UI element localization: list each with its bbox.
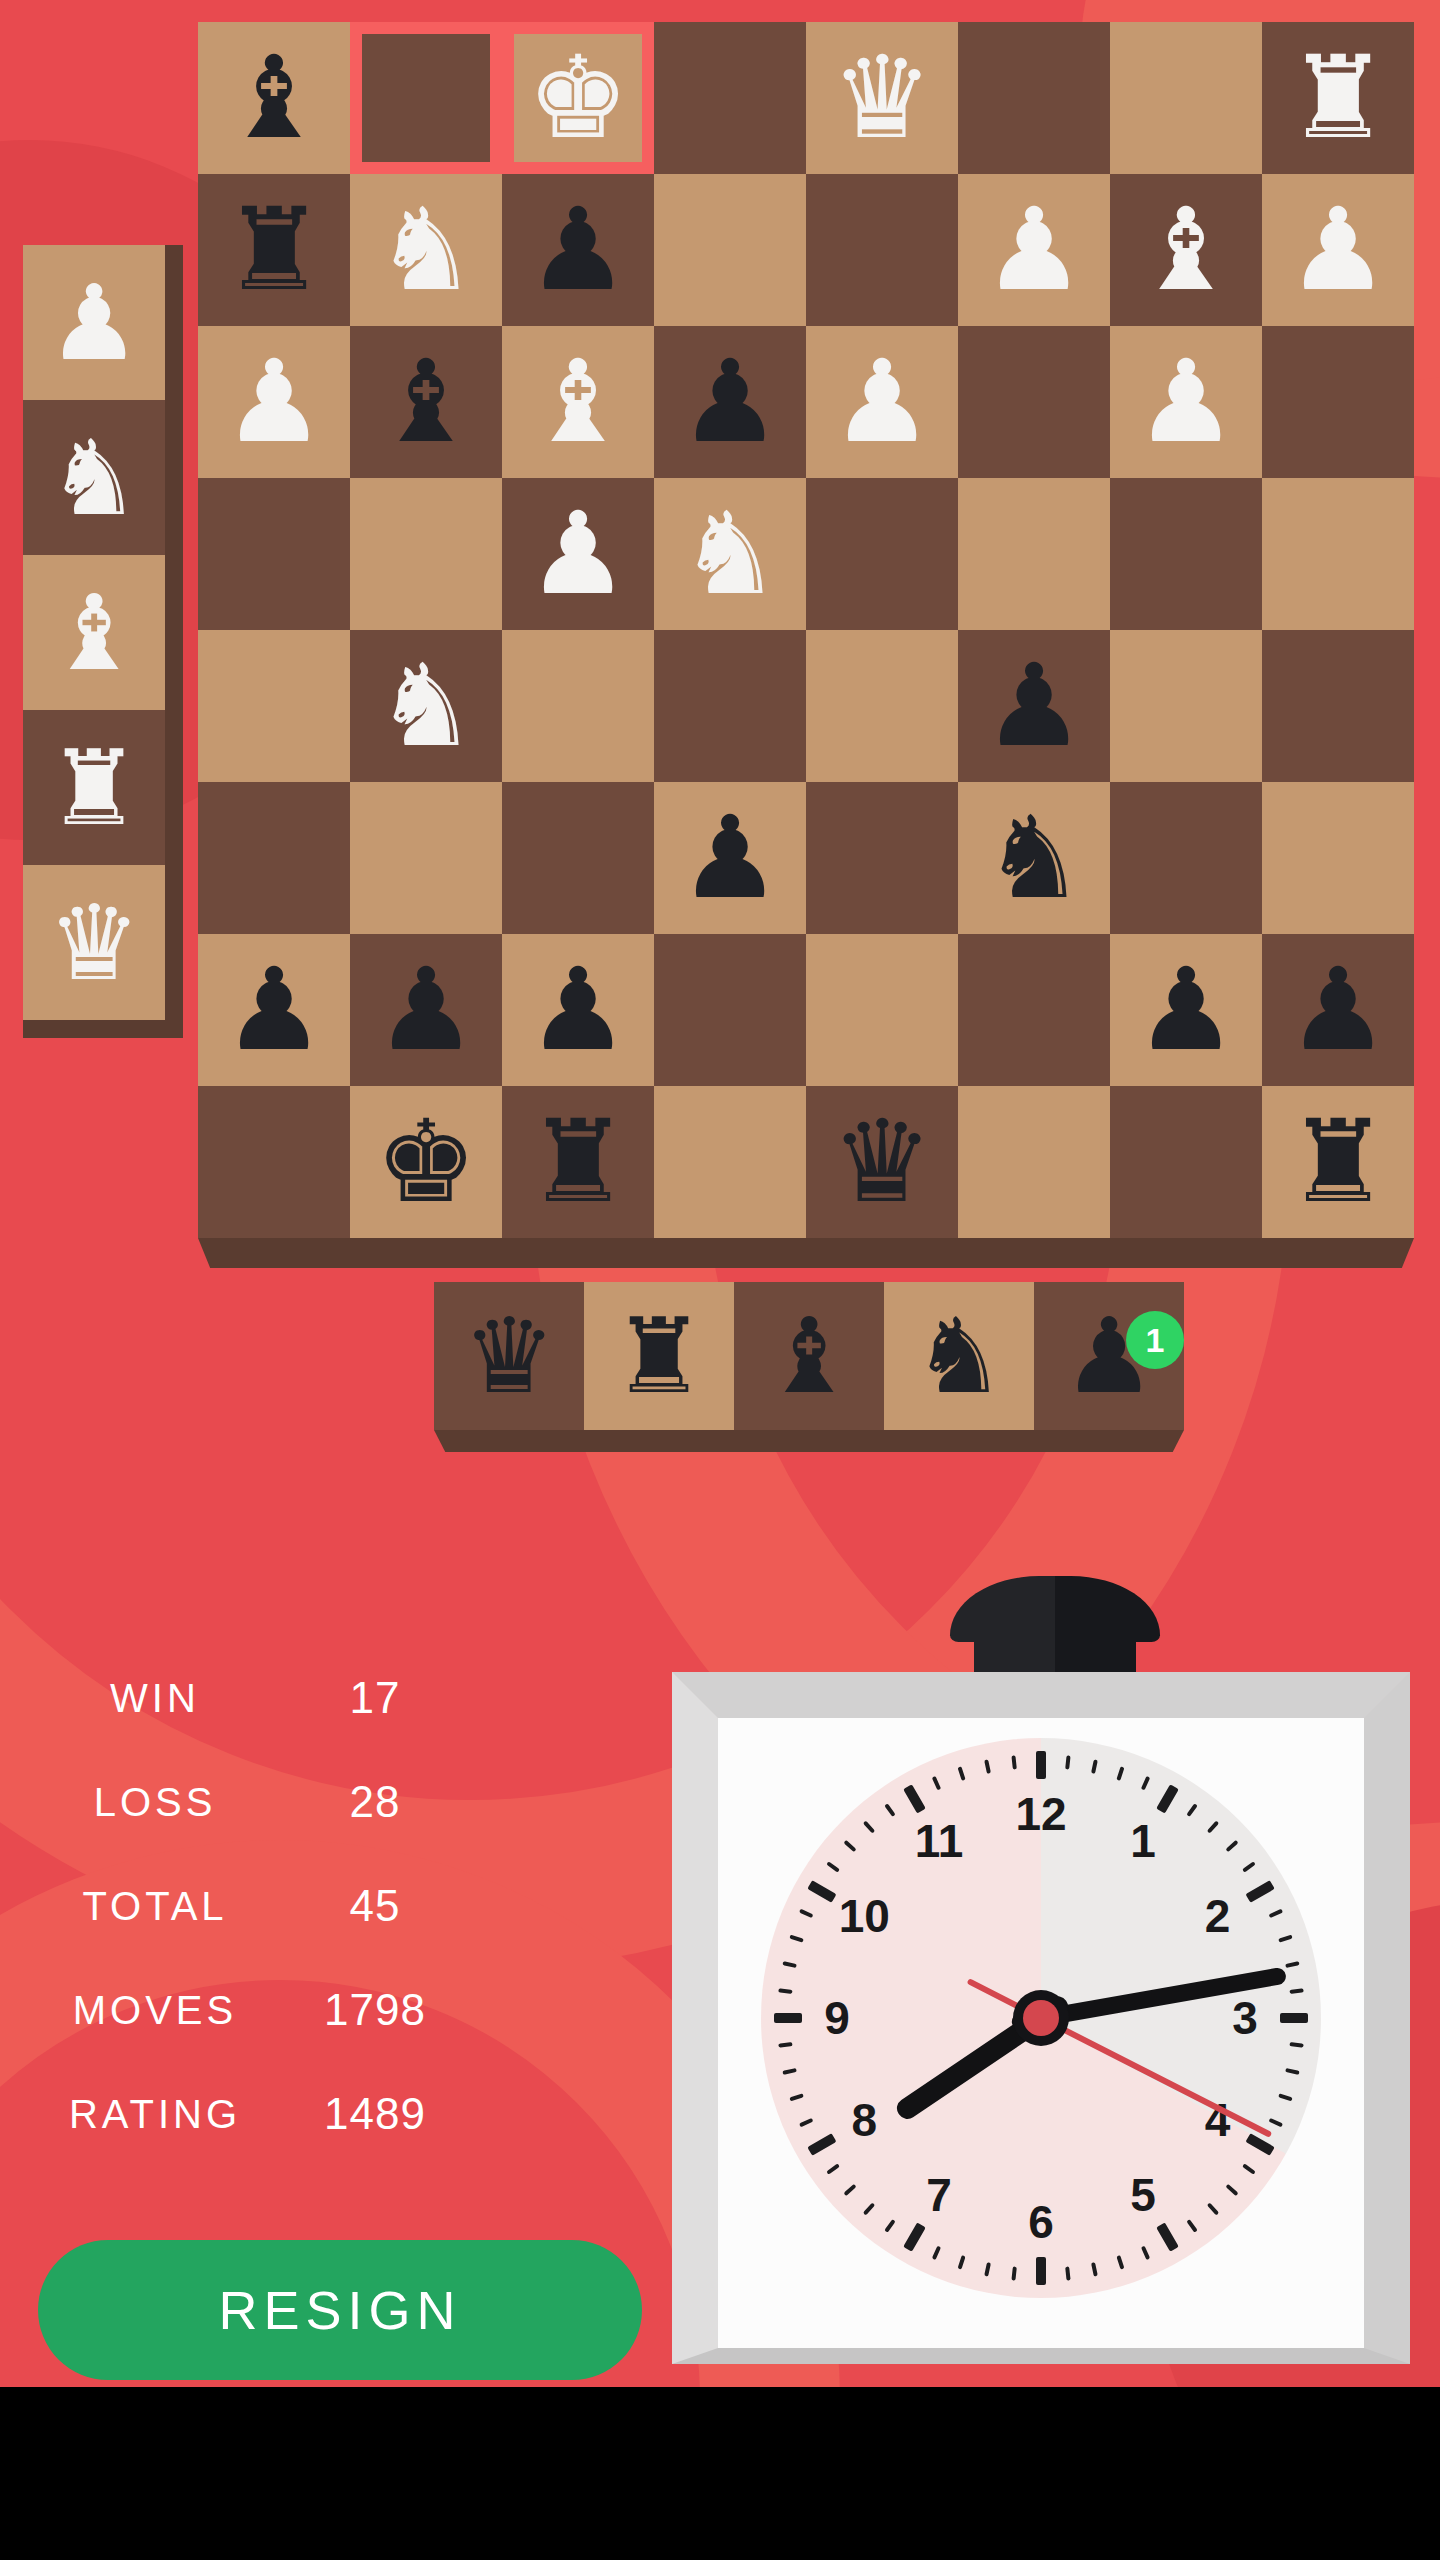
square-e5[interactable] [806, 478, 958, 630]
tray-cell: ♝ [23, 555, 165, 710]
clock-number-8: 8 [829, 2095, 899, 2145]
clock-number-12: 12 [1006, 1789, 1076, 1839]
black-pawn: ♟ [375, 953, 477, 1067]
square-a4[interactable] [198, 630, 350, 782]
black-pawn: ♟ [679, 345, 781, 459]
stat-row-moves: MOVES 1798 [0, 1958, 470, 2062]
square-b7[interactable]: ♞ [350, 174, 502, 326]
square-b6[interactable]: ♝ [350, 326, 502, 478]
tray-cell: ♜ [23, 710, 165, 865]
black-bishop: ♝ [375, 345, 477, 459]
stat-value: 17 [310, 1673, 440, 1723]
square-f6[interactable] [958, 326, 1110, 478]
square-c8[interactable]: ♚ [502, 22, 654, 174]
bottom-bar [0, 2387, 1440, 2560]
square-f8[interactable] [958, 22, 1110, 174]
white-knight: ♞ [679, 497, 781, 611]
black-pawn: ♟ [679, 801, 781, 915]
tray-cell: ♞ [23, 400, 165, 555]
square-h6[interactable] [1262, 326, 1414, 478]
stat-label: MOVES [0, 1988, 310, 2033]
square-e3[interactable] [806, 782, 958, 934]
white-queen: ♛ [47, 891, 140, 995]
square-d4[interactable] [654, 630, 806, 782]
black-bishop: ♝ [762, 1304, 855, 1408]
clock-major-tick [1036, 1751, 1046, 1779]
stats-panel: WIN 17 LOSS 28 TOTAL 45 MOVES 1798 RATIN… [0, 1646, 470, 2166]
square-f1[interactable] [958, 1086, 1110, 1238]
clock-number-10: 10 [829, 1891, 899, 1941]
square-h4[interactable] [1262, 630, 1414, 782]
clock-number-11: 11 [904, 1816, 974, 1866]
square-d7[interactable] [654, 174, 806, 326]
clock-number-1: 1 [1108, 1816, 1178, 1866]
square-b5[interactable] [350, 478, 502, 630]
white-pawn: ♟ [47, 271, 140, 375]
black-rook: ♜ [1287, 1105, 1389, 1219]
stat-row-total: TOTAL 45 [0, 1854, 470, 1958]
square-g5[interactable] [1110, 478, 1262, 630]
clock-center-pin [1023, 2000, 1059, 2036]
square-a5[interactable] [198, 478, 350, 630]
square-d8[interactable] [654, 22, 806, 174]
black-pawn: ♟ [223, 953, 325, 1067]
square-h3[interactable] [1262, 782, 1414, 934]
capture-count-badge: 1 [1126, 1311, 1184, 1369]
clock-number-6: 6 [1006, 2197, 1076, 2247]
clock-number-3: 3 [1210, 1993, 1280, 2043]
square-g2[interactable]: ♟ [1110, 934, 1262, 1086]
white-rook: ♜ [47, 736, 140, 840]
stat-label: RATING [0, 2092, 310, 2137]
square-g3[interactable] [1110, 782, 1262, 934]
clock-major-tick [774, 2013, 802, 2023]
square-b4[interactable]: ♞ [350, 630, 502, 782]
black-pawn: ♟ [527, 193, 629, 307]
white-pawn: ♟ [1135, 345, 1237, 459]
white-king: ♚ [527, 41, 629, 155]
square-d3[interactable]: ♟ [654, 782, 806, 934]
square-f4[interactable]: ♟ [958, 630, 1110, 782]
white-pawn: ♟ [1287, 193, 1389, 307]
tray-cell: ♛ [23, 865, 165, 1020]
square-h7[interactable]: ♟ [1262, 174, 1414, 326]
stat-row-loss: LOSS 28 [0, 1750, 470, 1854]
stat-value: 28 [310, 1777, 440, 1827]
square-b2[interactable]: ♟ [350, 934, 502, 1086]
square-d2[interactable] [654, 934, 806, 1086]
tray-cell: ♜ [584, 1282, 734, 1430]
black-bishop: ♝ [223, 41, 325, 155]
black-king: ♚ [375, 1105, 477, 1219]
black-queen: ♛ [831, 1105, 933, 1219]
square-e8[interactable]: ♛ [806, 22, 958, 174]
stat-value: 1798 [310, 1985, 440, 2035]
captured-black-cells: ♛♜♝♞♟1 [434, 1282, 1184, 1430]
black-queen: ♛ [462, 1304, 555, 1408]
stat-label: LOSS [0, 1780, 310, 1825]
white-knight: ♞ [375, 193, 477, 307]
square-h5[interactable] [1262, 478, 1414, 630]
stat-value: 45 [310, 1881, 440, 1931]
square-a6[interactable]: ♟ [198, 326, 350, 478]
black-rook: ♜ [527, 1105, 629, 1219]
white-bishop: ♝ [47, 581, 140, 685]
tray-edge [165, 245, 183, 1020]
square-h8[interactable]: ♜ [1262, 22, 1414, 174]
square-c1[interactable]: ♜ [502, 1086, 654, 1238]
square-a2[interactable]: ♟ [198, 934, 350, 1086]
square-h1[interactable]: ♜ [1262, 1086, 1414, 1238]
square-b8[interactable] [350, 22, 502, 174]
square-g1[interactable] [1110, 1086, 1262, 1238]
white-rook: ♜ [1287, 41, 1389, 155]
clock-major-tick [1036, 2257, 1046, 2285]
square-a1[interactable] [198, 1086, 350, 1238]
square-f7[interactable]: ♟ [958, 174, 1110, 326]
black-rook: ♜ [223, 193, 325, 307]
square-h2[interactable]: ♟ [1262, 934, 1414, 1086]
black-pawn: ♟ [1135, 953, 1237, 1067]
square-c6[interactable]: ♝ [502, 326, 654, 478]
square-g6[interactable]: ♟ [1110, 326, 1262, 478]
black-pawn: ♟ [983, 649, 1085, 763]
stat-label: WIN [0, 1676, 310, 1721]
stat-value: 1489 [310, 2089, 440, 2139]
tray-cell: ♞ [884, 1282, 1034, 1430]
square-d1[interactable] [654, 1086, 806, 1238]
black-pawn: ♟ [1287, 953, 1389, 1067]
tray-cell: ♛ [434, 1282, 584, 1430]
black-pawn: ♟ [527, 953, 629, 1067]
clock-number-9: 9 [802, 1993, 872, 2043]
square-e7[interactable] [806, 174, 958, 326]
square-e6[interactable]: ♟ [806, 326, 958, 478]
square-e4[interactable] [806, 630, 958, 782]
white-queen: ♛ [831, 41, 933, 155]
white-pawn: ♟ [223, 345, 325, 459]
black-rook: ♜ [612, 1304, 705, 1408]
square-g4[interactable] [1110, 630, 1262, 782]
white-knight: ♞ [47, 426, 140, 530]
white-knight: ♞ [375, 649, 477, 763]
square-a7[interactable]: ♜ [198, 174, 350, 326]
square-c7[interactable]: ♟ [502, 174, 654, 326]
white-pawn: ♟ [831, 345, 933, 459]
square-e1[interactable]: ♛ [806, 1086, 958, 1238]
clock-major-tick [1280, 2013, 1308, 2023]
square-b3[interactable] [350, 782, 502, 934]
clock-knob-icon [974, 1636, 1136, 1676]
clock-number-7: 7 [904, 2170, 974, 2220]
square-f3[interactable]: ♞ [958, 782, 1110, 934]
square-f2[interactable] [958, 934, 1110, 1086]
tray-cell: ♝ [734, 1282, 884, 1430]
clock-number-5: 5 [1108, 2170, 1178, 2220]
stat-row-rating: RATING 1489 [0, 2062, 470, 2166]
square-a8[interactable]: ♝ [198, 22, 350, 174]
white-bishop: ♝ [1135, 193, 1237, 307]
white-pawn: ♟ [983, 193, 1085, 307]
square-c3[interactable] [502, 782, 654, 934]
square-e2[interactable] [806, 934, 958, 1086]
chess-board[interactable]: ♝♚♛♜♜♞♟♟♝♟♟♝♝♟♟♟♟♞♞♟♟♞♟♟♟♟♟♚♜♛♜ [198, 22, 1414, 1238]
tray-edge [23, 1020, 183, 1038]
square-f5[interactable] [958, 478, 1110, 630]
square-b1[interactable]: ♚ [350, 1086, 502, 1238]
captured-black-tray: ♛♜♝♞♟1 [434, 1282, 1196, 1454]
square-d6[interactable]: ♟ [654, 326, 806, 478]
square-c2[interactable]: ♟ [502, 934, 654, 1086]
black-knight: ♞ [912, 1304, 1005, 1408]
resign-button[interactable]: RESIGN [38, 2240, 642, 2380]
white-pawn: ♟ [527, 497, 629, 611]
square-g7[interactable]: ♝ [1110, 174, 1262, 326]
captured-white-cells: ♟♞♝♜♛ [23, 245, 165, 1020]
tray-edge [434, 1430, 1184, 1452]
tray-cell: ♟ [23, 245, 165, 400]
white-bishop: ♝ [527, 345, 629, 459]
square-d5[interactable]: ♞ [654, 478, 806, 630]
stat-row-win: WIN 17 [0, 1646, 470, 1750]
square-a3[interactable] [198, 782, 350, 934]
stat-label: TOTAL [0, 1884, 310, 1929]
board-bottom-edge [198, 1238, 1414, 1268]
clock-number-2: 2 [1183, 1891, 1253, 1941]
square-c5[interactable]: ♟ [502, 478, 654, 630]
square-g8[interactable] [1110, 22, 1262, 174]
square-c4[interactable] [502, 630, 654, 782]
tray-cell: ♟1 [1034, 1282, 1184, 1430]
black-knight: ♞ [983, 801, 1085, 915]
captured-white-tray: ♟♞♝♜♛ [23, 245, 183, 1038]
